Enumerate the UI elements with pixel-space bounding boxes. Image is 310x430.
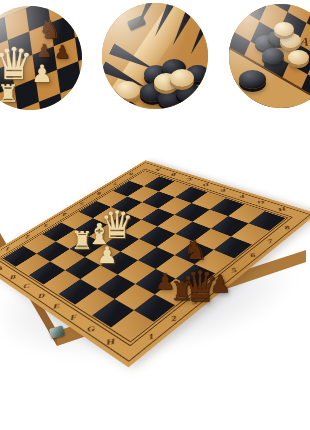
backgammon-closeup-scene: [102, 3, 208, 109]
coord-label: G: [83, 318, 100, 341]
coord-label: C: [18, 277, 35, 295]
coord-label: E: [48, 296, 65, 316]
coord-label: A: [0, 260, 8, 277]
thumbnail-backgammon-closeup[interactable]: [102, 3, 208, 109]
photo-glare: [102, 3, 208, 109]
coord-label: F: [65, 306, 82, 327]
coord-label: D: [32, 286, 49, 305]
coord-label: H: [102, 330, 119, 354]
product-photo-screen: ABCDEFGH ABCDEFGH 12345678 12345678 ♛♝♜♟…: [0, 0, 310, 430]
coord-label: B: [4, 268, 21, 285]
